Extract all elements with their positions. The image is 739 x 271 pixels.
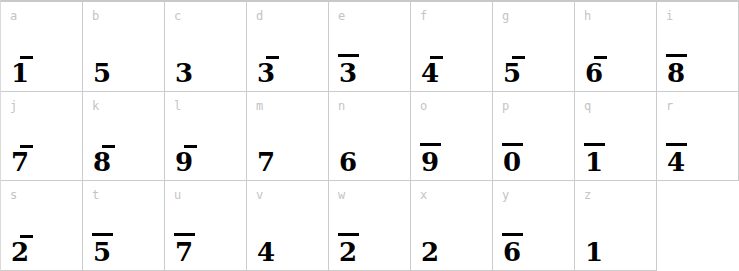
glyph-cell-r[interactable]: r4 (657, 92, 739, 182)
cell-letter-label: p (502, 100, 570, 112)
glyph-cell-x[interactable]: x2 (411, 181, 493, 271)
figure-glyph: 2 (421, 239, 439, 265)
glyph-cell-f[interactable]: f4 (411, 2, 493, 92)
figure-digit: 9 (175, 149, 193, 175)
figure-glyph: 4 (667, 149, 685, 175)
macron-bar (666, 143, 687, 146)
cell-letter-label: q (584, 100, 652, 112)
glyph-cell-i[interactable]: i8 (657, 2, 739, 92)
glyph-cell-s[interactable]: s2 (1, 181, 83, 271)
figure-glyph: 1 (11, 60, 29, 86)
figure-glyph: 3 (257, 60, 275, 86)
continuation-dash (20, 235, 33, 238)
figure-glyph: 5 (503, 60, 521, 86)
figure-digit: 7 (11, 149, 29, 175)
cell-letter-label: o (420, 100, 488, 112)
figure-digit: 3 (175, 60, 193, 86)
figure-glyph: 7 (175, 239, 193, 265)
macron-bar (174, 233, 195, 236)
glyph-cell-d[interactable]: d3 (247, 2, 329, 92)
figure-glyph: 3 (175, 60, 193, 86)
macron-bar (420, 143, 441, 146)
glyph-cell-q[interactable]: q1 (575, 92, 657, 182)
cell-letter-label: j (10, 100, 78, 112)
glyph-cell-j[interactable]: j7 (1, 92, 83, 182)
macron-bar (666, 54, 687, 57)
figure-digit: 9 (421, 149, 439, 175)
glyph-cell-g[interactable]: g5 (493, 2, 575, 92)
figure-glyph: 1 (585, 149, 603, 175)
macron-bar (584, 143, 605, 146)
figure-glyph: 2 (11, 239, 29, 265)
figure-digit: 8 (93, 149, 111, 175)
glyph-cell-l[interactable]: l9 (165, 92, 247, 182)
cell-letter-label: m (256, 100, 324, 112)
continuation-dash (20, 56, 33, 59)
figure-digit: 2 (421, 239, 439, 265)
figure-digit: 2 (339, 239, 357, 265)
figure-digit: 6 (585, 60, 603, 86)
continuation-dash (20, 145, 33, 148)
figure-glyph: 8 (93, 149, 111, 175)
figure-glyph: 4 (421, 60, 439, 86)
glyph-cell-n[interactable]: n6 (329, 92, 411, 182)
figure-digit: 7 (175, 239, 193, 265)
figure-digit: 5 (93, 239, 111, 265)
figure-glyph: 6 (585, 60, 603, 86)
figure-digit: 3 (339, 60, 357, 86)
empty-cell (657, 181, 739, 271)
figure-glyph: 2 (339, 239, 357, 265)
cell-letter-label: a (10, 10, 78, 22)
continuation-dash (430, 56, 443, 59)
glyph-cell-k[interactable]: k8 (83, 92, 165, 182)
glyph-cell-c[interactable]: c3 (165, 2, 247, 92)
figure-glyph: 9 (421, 149, 439, 175)
figure-glyph: 6 (503, 239, 521, 265)
glyph-cell-e[interactable]: e3 (329, 2, 411, 92)
cell-letter-label: d (256, 10, 324, 22)
glyph-cell-h[interactable]: h6 (575, 2, 657, 92)
cell-letter-label: r (666, 100, 734, 112)
continuation-dash (184, 145, 197, 148)
figure-digit: 7 (257, 149, 275, 175)
cell-letter-label: f (420, 10, 488, 22)
glyph-cell-a[interactable]: a1 (1, 2, 83, 92)
cell-letter-label: x (420, 189, 488, 201)
figure-glyph: 9 (175, 149, 193, 175)
figure-digit: 1 (585, 149, 603, 175)
glyph-cell-v[interactable]: v4 (247, 181, 329, 271)
figure-glyph: 7 (11, 149, 29, 175)
cell-letter-label: i (666, 10, 734, 22)
macron-bar (338, 54, 359, 57)
macron-bar (92, 233, 113, 236)
figure-digit: 5 (503, 60, 521, 86)
figure-glyph: 7 (257, 149, 275, 175)
figure-glyph: 8 (667, 60, 685, 86)
figure-glyph: 5 (93, 239, 111, 265)
cell-letter-label: u (174, 189, 242, 201)
glyph-cell-t[interactable]: t5 (83, 181, 165, 271)
macron-bar (338, 233, 359, 236)
continuation-dash (266, 56, 279, 59)
figure-digit: 0 (503, 149, 521, 175)
cell-letter-label: h (584, 10, 652, 22)
figure-digit: 4 (257, 239, 275, 265)
cell-letter-label: k (92, 100, 160, 112)
cell-letter-label: b (92, 10, 160, 22)
glyph-cell-w[interactable]: w2 (329, 181, 411, 271)
cell-letter-label: y (502, 189, 570, 201)
figure-digit: 3 (257, 60, 275, 86)
figure-digit: 6 (503, 239, 521, 265)
figure-digit: 6 (339, 149, 357, 175)
figure-glyph: 6 (339, 149, 357, 175)
cell-letter-label: c (174, 10, 242, 22)
figure-glyph: 3 (339, 60, 357, 86)
cell-letter-label: l (174, 100, 242, 112)
glyph-cell-o[interactable]: o9 (411, 92, 493, 182)
cell-letter-label: v (256, 189, 324, 201)
continuation-dash (102, 145, 115, 148)
macron-bar (502, 233, 523, 236)
cell-letter-label: g (502, 10, 570, 22)
continuation-dash (512, 56, 525, 59)
glyph-cell-p[interactable]: p0 (493, 92, 575, 182)
figure-digit: 4 (667, 149, 685, 175)
glyph-cell-y[interactable]: y6 (493, 181, 575, 271)
figure-glyph: 0 (503, 149, 521, 175)
glyph-cell-z[interactable]: z1 (575, 181, 657, 271)
cell-letter-label: n (338, 100, 406, 112)
figure-digit: 2 (11, 239, 29, 265)
figure-glyph: 1 (585, 239, 603, 265)
glyph-grid: a1b5c3d3e3f4g5h6i8j7k8l9m7n6o9p0q1r4s2t5… (0, 0, 739, 271)
figure-digit: 1 (585, 239, 603, 265)
glyph-cell-m[interactable]: m7 (247, 92, 329, 182)
figure-digit: 4 (421, 60, 439, 86)
cell-letter-label: s (10, 189, 78, 201)
figure-digit: 1 (11, 60, 29, 86)
cell-letter-label: w (338, 189, 406, 201)
continuation-dash (594, 56, 607, 59)
figure-glyph: 4 (257, 239, 275, 265)
figure-digit: 8 (667, 60, 685, 86)
cell-letter-label: e (338, 10, 406, 22)
figure-digit: 5 (93, 60, 111, 86)
macron-bar (502, 143, 523, 146)
glyph-cell-u[interactable]: u7 (165, 181, 247, 271)
glyph-cell-b[interactable]: b5 (83, 2, 165, 92)
cell-letter-label: t (92, 189, 160, 201)
cell-letter-label: z (584, 189, 652, 201)
figure-glyph: 5 (93, 60, 111, 86)
